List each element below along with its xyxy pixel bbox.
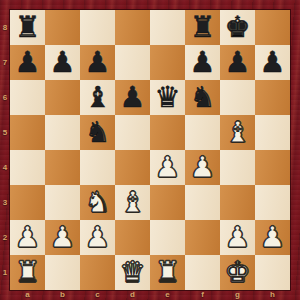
square-h3[interactable]: [255, 185, 290, 220]
square-d8[interactable]: [115, 10, 150, 45]
piece-black-rook[interactable]: ♜: [190, 10, 216, 45]
square-d2[interactable]: [115, 220, 150, 255]
piece-black-bishop[interactable]: ♝: [85, 80, 111, 115]
piece-white-bishop[interactable]: ♝: [120, 185, 146, 220]
square-c7[interactable]: ♟: [80, 45, 115, 80]
square-d7[interactable]: [115, 45, 150, 80]
piece-white-rook[interactable]: ♜: [155, 255, 181, 290]
square-e7[interactable]: [150, 45, 185, 80]
square-b1[interactable]: [45, 255, 80, 290]
square-h4[interactable]: [255, 150, 290, 185]
piece-black-pawn[interactable]: ♟: [85, 45, 111, 80]
square-a4[interactable]: [10, 150, 45, 185]
square-f8[interactable]: ♜: [185, 10, 220, 45]
square-a5[interactable]: [10, 115, 45, 150]
board-frame: ♜♜♚♟♟♟♟♟♟♝♟♛♞♞♝♟♟♞♝♟♟♟♟♟♜♛♜♚ 87654321 ab…: [0, 0, 300, 300]
rank-label-7: 7: [0, 45, 10, 80]
piece-black-pawn[interactable]: ♟: [15, 45, 41, 80]
rank-label-1: 1: [0, 255, 10, 290]
square-e3[interactable]: [150, 185, 185, 220]
piece-black-knight[interactable]: ♞: [85, 115, 111, 150]
piece-white-rook[interactable]: ♜: [15, 255, 41, 290]
square-b2[interactable]: ♟: [45, 220, 80, 255]
square-c1[interactable]: [80, 255, 115, 290]
square-b5[interactable]: [45, 115, 80, 150]
piece-white-pawn[interactable]: ♟: [155, 150, 181, 185]
piece-black-pawn[interactable]: ♟: [50, 45, 76, 80]
piece-black-pawn[interactable]: ♟: [225, 45, 251, 80]
piece-white-pawn[interactable]: ♟: [260, 220, 286, 255]
piece-black-king[interactable]: ♚: [225, 10, 251, 45]
file-label-b: b: [45, 290, 80, 300]
file-label-h: h: [255, 290, 290, 300]
square-f7[interactable]: ♟: [185, 45, 220, 80]
square-e8[interactable]: [150, 10, 185, 45]
piece-black-knight[interactable]: ♞: [190, 80, 216, 115]
square-a3[interactable]: [10, 185, 45, 220]
square-b3[interactable]: [45, 185, 80, 220]
square-f1[interactable]: [185, 255, 220, 290]
square-f6[interactable]: ♞: [185, 80, 220, 115]
square-c3[interactable]: ♞: [80, 185, 115, 220]
square-g1[interactable]: ♚: [220, 255, 255, 290]
piece-black-queen[interactable]: ♛: [155, 80, 181, 115]
piece-white-pawn[interactable]: ♟: [85, 220, 111, 255]
file-label-f: f: [185, 290, 220, 300]
piece-white-bishop[interactable]: ♝: [225, 115, 251, 150]
square-a2[interactable]: ♟: [10, 220, 45, 255]
file-label-g: g: [220, 290, 255, 300]
square-b4[interactable]: [45, 150, 80, 185]
piece-white-queen[interactable]: ♛: [120, 255, 146, 290]
square-a8[interactable]: ♜: [10, 10, 45, 45]
square-f4[interactable]: ♟: [185, 150, 220, 185]
square-b8[interactable]: [45, 10, 80, 45]
square-g8[interactable]: ♚: [220, 10, 255, 45]
square-b6[interactable]: [45, 80, 80, 115]
square-e5[interactable]: [150, 115, 185, 150]
square-f5[interactable]: [185, 115, 220, 150]
square-g4[interactable]: [220, 150, 255, 185]
chess-board: ♜♜♚♟♟♟♟♟♟♝♟♛♞♞♝♟♟♞♝♟♟♟♟♟♜♛♜♚: [10, 10, 290, 290]
square-h8[interactable]: [255, 10, 290, 45]
square-a1[interactable]: ♜: [10, 255, 45, 290]
square-h1[interactable]: [255, 255, 290, 290]
square-e4[interactable]: ♟: [150, 150, 185, 185]
piece-black-pawn[interactable]: ♟: [120, 80, 146, 115]
rank-label-4: 4: [0, 150, 10, 185]
square-f2[interactable]: [185, 220, 220, 255]
square-g2[interactable]: ♟: [220, 220, 255, 255]
piece-black-rook[interactable]: ♜: [15, 10, 41, 45]
rank-label-2: 2: [0, 220, 10, 255]
square-d3[interactable]: ♝: [115, 185, 150, 220]
square-d4[interactable]: [115, 150, 150, 185]
square-e2[interactable]: [150, 220, 185, 255]
square-g6[interactable]: [220, 80, 255, 115]
square-g5[interactable]: ♝: [220, 115, 255, 150]
piece-white-pawn[interactable]: ♟: [50, 220, 76, 255]
rank-label-5: 5: [0, 115, 10, 150]
piece-white-pawn[interactable]: ♟: [225, 220, 251, 255]
square-h2[interactable]: ♟: [255, 220, 290, 255]
square-d1[interactable]: ♛: [115, 255, 150, 290]
square-c8[interactable]: [80, 10, 115, 45]
piece-white-king[interactable]: ♚: [225, 255, 251, 290]
piece-white-knight[interactable]: ♞: [85, 185, 111, 220]
piece-white-pawn[interactable]: ♟: [15, 220, 41, 255]
rank-label-8: 8: [0, 10, 10, 45]
piece-black-pawn[interactable]: ♟: [190, 45, 216, 80]
square-g3[interactable]: [220, 185, 255, 220]
square-g7[interactable]: ♟: [220, 45, 255, 80]
square-a6[interactable]: [10, 80, 45, 115]
square-h6[interactable]: [255, 80, 290, 115]
square-a7[interactable]: ♟: [10, 45, 45, 80]
square-e1[interactable]: ♜: [150, 255, 185, 290]
square-e6[interactable]: ♛: [150, 80, 185, 115]
square-c5[interactable]: ♞: [80, 115, 115, 150]
square-b7[interactable]: ♟: [45, 45, 80, 80]
square-f3[interactable]: [185, 185, 220, 220]
square-d6[interactable]: ♟: [115, 80, 150, 115]
square-h7[interactable]: ♟: [255, 45, 290, 80]
file-label-c: c: [80, 290, 115, 300]
square-c4[interactable]: [80, 150, 115, 185]
file-label-e: e: [150, 290, 185, 300]
square-c6[interactable]: ♝: [80, 80, 115, 115]
rank-label-6: 6: [0, 80, 10, 115]
file-label-a: a: [10, 290, 45, 300]
piece-white-pawn[interactable]: ♟: [190, 150, 216, 185]
square-h5[interactable]: [255, 115, 290, 150]
file-label-d: d: [115, 290, 150, 300]
square-d5[interactable]: [115, 115, 150, 150]
rank-label-3: 3: [0, 185, 10, 220]
piece-black-pawn[interactable]: ♟: [260, 45, 286, 80]
square-c2[interactable]: ♟: [80, 220, 115, 255]
